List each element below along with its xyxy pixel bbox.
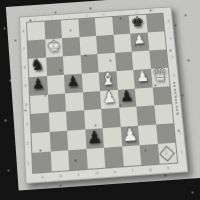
chess-board: abcdefgh abcdefgh 87654321 87654321 ♚♚♟♞… [19, 6, 189, 184]
piece-white-pawn-e4[interactable]: ♟ [102, 90, 117, 106]
coord-label: 2 [179, 131, 182, 135]
square-g5[interactable]: ♟ [133, 68, 152, 88]
square-h3[interactable] [154, 104, 173, 124]
square-g2[interactable] [138, 125, 157, 146]
square-e4[interactable]: ♟ [100, 89, 119, 109]
square-g1[interactable] [140, 144, 160, 165]
square-a3[interactable] [31, 113, 50, 133]
coord-label: 7 [169, 38, 172, 42]
piece-white-king-b7[interactable]: ♚ [46, 38, 61, 54]
coord-label: g [149, 167, 152, 171]
coord-label: 7 [23, 48, 26, 52]
square-e2[interactable] [103, 127, 122, 148]
square-c8[interactable] [61, 19, 79, 38]
square-c6[interactable] [63, 55, 81, 74]
coord-label: h [152, 9, 155, 13]
square-f2[interactable]: ♟ [120, 126, 139, 147]
square-b1[interactable] [50, 150, 69, 171]
square-d8[interactable] [78, 18, 96, 37]
knight-emblem-icon: ♘ [164, 150, 170, 157]
square-g3[interactable] [136, 106, 155, 126]
coord-label: a [34, 17, 37, 21]
square-f6[interactable] [115, 51, 134, 70]
square-c4[interactable] [65, 92, 84, 112]
square-b5[interactable] [47, 74, 65, 94]
square-e3[interactable] [101, 108, 120, 128]
square-c5[interactable]: ♟ [64, 73, 83, 93]
board-photo: abcdefgh abcdefgh 87654321 87654321 ♚♚♟♞… [0, 0, 200, 200]
piece-white-queen-h5[interactable]: ♛ [151, 66, 168, 84]
square-f7[interactable] [113, 34, 132, 53]
square-g4[interactable] [135, 87, 154, 107]
square-d4[interactable] [82, 91, 101, 111]
square-b4[interactable] [47, 93, 66, 113]
coord-label: c [68, 15, 70, 19]
square-g8[interactable]: ♚ [129, 15, 148, 34]
square-b2[interactable] [49, 131, 68, 152]
piece-black-pawn-d2[interactable]: ♟ [86, 128, 102, 146]
piece-black-knight-a6[interactable]: ♞ [30, 57, 45, 74]
coord-label: 5 [24, 84, 27, 88]
piece-black-pawn-f4[interactable]: ♟ [119, 89, 134, 105]
coord-label: b [51, 16, 54, 20]
coord-label: 5 [173, 74, 176, 78]
square-d6[interactable] [80, 54, 98, 73]
photo-noise-speckles [0, 0, 1, 1]
coord-label: f [132, 169, 134, 173]
square-d7[interactable] [79, 36, 97, 55]
coord-label: 8 [167, 20, 170, 24]
coord-label: d [85, 14, 88, 18]
coord-label: 6 [171, 56, 174, 60]
piece-black-pawn-a5[interactable]: ♟ [32, 77, 45, 92]
square-a8[interactable] [27, 22, 45, 41]
square-a1[interactable] [32, 152, 51, 173]
coord-label: f [119, 12, 121, 16]
square-c3[interactable] [66, 111, 85, 131]
board-maker-diamond-logo: ♘ [159, 145, 175, 161]
square-a5[interactable]: ♟ [29, 76, 47, 96]
square-h2[interactable] [156, 124, 176, 145]
piece-white-pawn-g5[interactable]: ♟ [136, 69, 150, 84]
square-b7[interactable]: ♚ [45, 38, 63, 57]
square-e1[interactable] [104, 147, 123, 168]
square-a4[interactable] [30, 94, 48, 114]
square-d2[interactable]: ♟ [85, 128, 104, 149]
coord-label: e [114, 170, 117, 174]
square-b6[interactable] [46, 56, 64, 75]
coord-label: 1 [180, 150, 183, 154]
square-b3[interactable] [48, 112, 67, 132]
square-h7[interactable] [147, 31, 166, 50]
square-f4[interactable]: ♟ [117, 88, 136, 108]
coord-label: 6 [23, 66, 26, 70]
board-grid: ♚♚♟♞♟♟♝♟♛♟♟♟♟♘ [27, 14, 177, 173]
coord-label: 1 [27, 161, 30, 165]
piece-black-king-g8[interactable]: ♚ [131, 15, 145, 30]
square-c7[interactable] [62, 37, 80, 56]
square-d5[interactable] [81, 72, 100, 92]
square-e8[interactable] [95, 17, 113, 36]
piece-white-pawn-f2[interactable]: ♟ [121, 125, 138, 143]
coord-label: h [167, 166, 170, 170]
square-c1[interactable] [68, 149, 87, 170]
piece-black-pawn-c5[interactable]: ♟ [66, 74, 80, 89]
coord-label: 3 [25, 122, 28, 126]
coord-label: 4 [25, 103, 28, 107]
square-f8[interactable] [112, 16, 130, 35]
coord-label: a [41, 175, 44, 179]
square-h5[interactable]: ♛ [150, 67, 169, 87]
coord-label: 2 [26, 141, 29, 145]
piece-white-bishop-e5[interactable]: ♝ [99, 70, 116, 88]
coord-label: 8 [22, 30, 25, 34]
piece-white-pawn-g7[interactable]: ♟ [133, 34, 145, 47]
square-g7[interactable]: ♟ [130, 32, 149, 51]
square-g6[interactable] [132, 50, 151, 69]
coord-label: d [95, 171, 98, 175]
square-a2[interactable] [32, 132, 51, 153]
square-f1[interactable] [122, 145, 141, 166]
square-h4[interactable] [152, 86, 171, 106]
coord-label: c [78, 173, 81, 177]
square-a6[interactable]: ♞ [28, 57, 46, 76]
square-c2[interactable] [67, 130, 86, 151]
square-e7[interactable] [96, 35, 114, 54]
square-h8[interactable] [146, 14, 165, 33]
coord-label: e [102, 13, 105, 17]
coord-label: b [59, 174, 62, 178]
square-d1[interactable] [86, 148, 105, 169]
square-h1[interactable]: ♘ [157, 143, 177, 164]
